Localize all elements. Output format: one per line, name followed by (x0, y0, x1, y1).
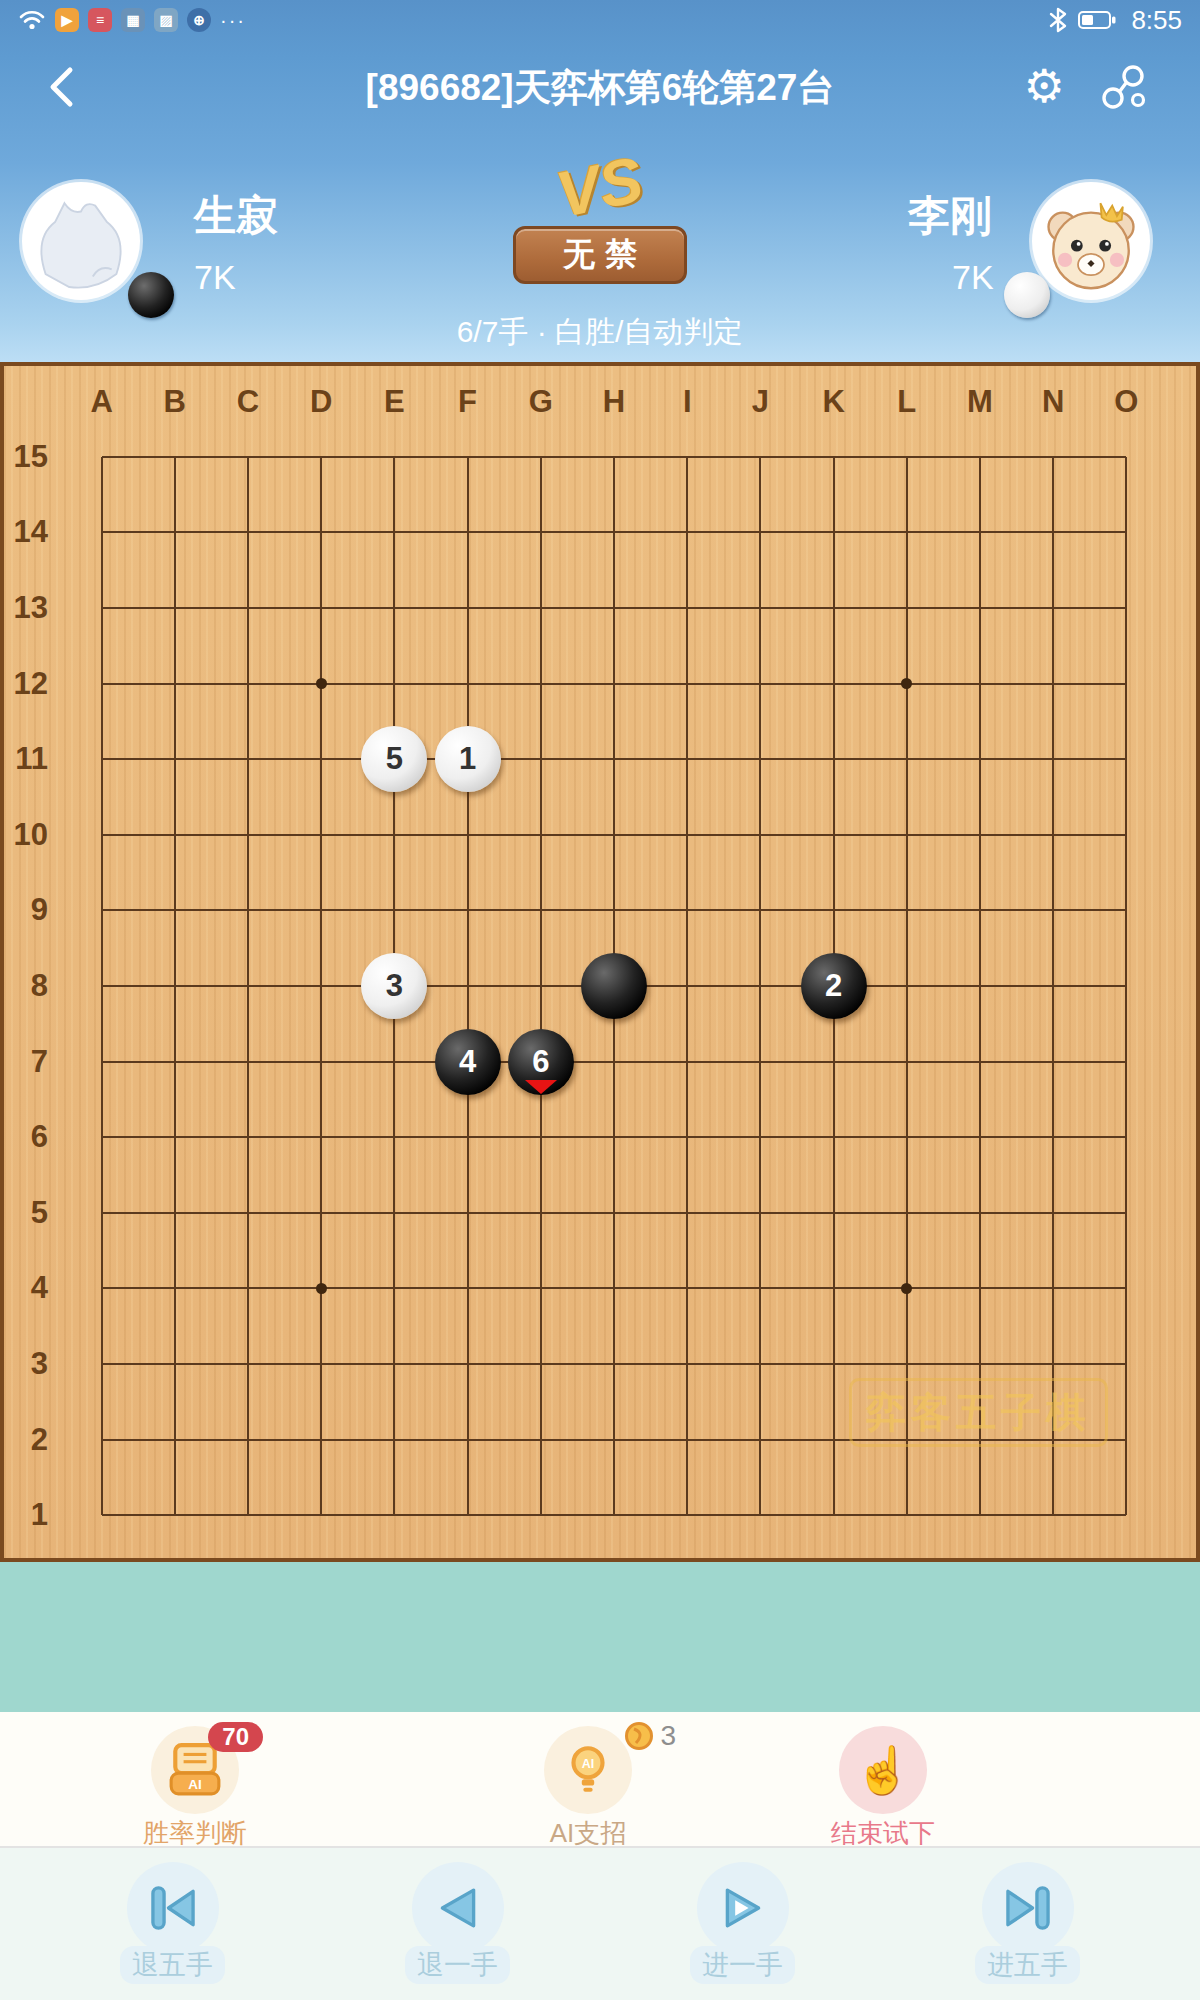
board-cell[interactable] (724, 721, 797, 797)
board-cell[interactable] (65, 721, 138, 797)
board-cell[interactable] (577, 1175, 650, 1251)
board-cell[interactable] (211, 1402, 284, 1478)
board-cell[interactable] (943, 495, 1016, 571)
forward-five-button[interactable]: 进五手 (928, 1862, 1128, 1984)
white-stone: 3 (361, 953, 427, 1019)
board-cell[interactable] (504, 1099, 577, 1175)
board-cell[interactable] (943, 873, 1016, 949)
column-label: C (211, 384, 284, 424)
board-cell[interactable] (797, 495, 870, 571)
ai-hint-button[interactable]: AI 3 AI支招 (508, 1726, 668, 1851)
back-one-button[interactable]: 退一手 (358, 1862, 558, 1984)
board-cell[interactable] (651, 1251, 724, 1327)
board-cell[interactable] (285, 419, 358, 495)
board-cell[interactable] (1090, 419, 1163, 495)
board-cell[interactable] (285, 948, 358, 1024)
board-cell[interactable] (797, 797, 870, 873)
black-stone: 4 (435, 1029, 501, 1095)
status-bar: ▶ ≡ ▦ ▨ ⊕ ··· 8:55 (0, 0, 1200, 40)
board-cell[interactable] (504, 721, 577, 797)
board-cell[interactable] (870, 797, 943, 873)
column-label: H (577, 384, 650, 424)
board-cell[interactable] (651, 495, 724, 571)
row-label: 12 (4, 646, 60, 722)
board-cell[interactable] (431, 1099, 504, 1175)
board-cell[interactable] (504, 1175, 577, 1251)
board-cell[interactable] (138, 419, 211, 495)
board-cell[interactable] (1017, 570, 1090, 646)
board-cell[interactable] (651, 797, 724, 873)
board-cell[interactable] (1017, 1024, 1090, 1100)
win-rate-button[interactable]: AI 70 胜率判断 (115, 1726, 275, 1851)
board-cell[interactable] (870, 646, 943, 722)
board-cell[interactable] (65, 948, 138, 1024)
white-player-rank: 7K (952, 258, 994, 297)
board-cell[interactable]: 5 (358, 721, 431, 797)
board-cell[interactable] (1090, 495, 1163, 571)
board-cell[interactable] (943, 721, 1016, 797)
board-cell[interactable] (943, 1024, 1016, 1100)
board-cell[interactable] (1090, 1099, 1163, 1175)
board-cell[interactable] (1017, 646, 1090, 722)
board-cell[interactable] (797, 873, 870, 949)
board-cell[interactable] (285, 721, 358, 797)
white-stone: 1 (435, 726, 501, 792)
board-cell[interactable] (870, 495, 943, 571)
row-label: 10 (4, 797, 60, 873)
board-cell[interactable] (65, 1024, 138, 1100)
board-cell[interactable] (504, 1477, 577, 1553)
row-label: 1 (4, 1477, 60, 1553)
board-cell[interactable] (943, 570, 1016, 646)
svg-text:AI: AI (188, 1777, 201, 1792)
clock-time: 8:55 (1131, 5, 1182, 36)
board-cell[interactable] (724, 1477, 797, 1553)
board-cell[interactable] (797, 570, 870, 646)
board-cell[interactable] (943, 1099, 1016, 1175)
board-cell[interactable] (504, 419, 577, 495)
svg-text:AI: AI (582, 1757, 594, 1771)
board-cell[interactable] (1017, 797, 1090, 873)
column-label: B (138, 384, 211, 424)
board-cell[interactable] (211, 1099, 284, 1175)
board-cell[interactable] (724, 948, 797, 1024)
board-cell[interactable] (870, 948, 943, 1024)
board-cell[interactable] (1017, 1099, 1090, 1175)
board-cell[interactable] (943, 1251, 1016, 1327)
gomoku-board: ABCDEFGHIJKLMNO 151413121110987654321 51… (0, 362, 1200, 1562)
battery-icon (1078, 10, 1116, 30)
board-cell[interactable] (504, 570, 577, 646)
reader-app-icon: ≡ (88, 8, 112, 32)
board-cell[interactable] (65, 1099, 138, 1175)
step-forward-icon (714, 1879, 772, 1937)
column-label: J (724, 384, 797, 424)
board-cell[interactable] (724, 495, 797, 571)
board-cell[interactable] (358, 495, 431, 571)
board-cell[interactable] (577, 1024, 650, 1100)
board-cell[interactable] (138, 1477, 211, 1553)
board-cell[interactable] (358, 646, 431, 722)
row-label: 2 (4, 1402, 60, 1478)
board-cell[interactable] (1090, 1175, 1163, 1251)
board-cell[interactable] (285, 1099, 358, 1175)
board-cell[interactable] (724, 570, 797, 646)
board-cell[interactable] (870, 419, 943, 495)
board-cell[interactable] (211, 1326, 284, 1402)
board-cell[interactable] (285, 1175, 358, 1251)
black-stone: 6 (508, 1029, 574, 1095)
board-cell[interactable] (211, 570, 284, 646)
board-cell[interactable]: 2 (797, 948, 870, 1024)
board-cell[interactable] (431, 873, 504, 949)
board-cell[interactable] (138, 948, 211, 1024)
board-cell[interactable] (211, 646, 284, 722)
board-cell[interactable] (138, 797, 211, 873)
column-label: F (431, 384, 504, 424)
end-trial-halo: ☝ (839, 1726, 927, 1814)
board-cell[interactable] (943, 948, 1016, 1024)
coin-icon (624, 1721, 654, 1751)
row-label: 8 (4, 948, 60, 1024)
board-cell[interactable] (211, 419, 284, 495)
forward-one-button[interactable]: 进一手 (643, 1862, 843, 1984)
board-cell[interactable] (870, 721, 943, 797)
board-cell[interactable] (577, 797, 650, 873)
board-cell[interactable] (943, 419, 1016, 495)
move-nav-bar: 退五手退一手进一手进五手 (0, 1846, 1200, 2000)
board-cell[interactable]: 6 (504, 1024, 577, 1100)
board-cell[interactable] (943, 646, 1016, 722)
board-cell[interactable] (651, 1024, 724, 1100)
board-cell[interactable] (431, 1477, 504, 1553)
column-label: D (285, 384, 358, 424)
board-cell[interactable] (577, 1326, 650, 1402)
board-cell[interactable] (1017, 1477, 1090, 1553)
board-cell[interactable] (651, 1326, 724, 1402)
black-stone-indicator (128, 272, 174, 318)
board-cell[interactable] (65, 646, 138, 722)
last-move-marker (525, 1080, 557, 1094)
board-cell[interactable] (211, 948, 284, 1024)
board-cell[interactable] (65, 1251, 138, 1327)
board-cell[interactable] (211, 495, 284, 571)
board-cell[interactable] (285, 1024, 358, 1100)
step-back-icon (429, 1879, 487, 1937)
board-cell[interactable] (358, 1477, 431, 1553)
board-cell[interactable] (1017, 1175, 1090, 1251)
board-cell[interactable] (211, 1175, 284, 1251)
board-cell[interactable] (65, 1175, 138, 1251)
board-cell[interactable] (138, 646, 211, 722)
board-cell[interactable] (1090, 646, 1163, 722)
board-cell[interactable] (504, 1251, 577, 1327)
board-cell[interactable] (577, 495, 650, 571)
board-cell[interactable] (870, 1024, 943, 1100)
column-labels: ABCDEFGHIJKLMNO (65, 384, 1163, 424)
board-cell[interactable] (651, 721, 724, 797)
board-cell[interactable] (797, 1251, 870, 1327)
board-cell[interactable] (65, 1326, 138, 1402)
board-cell[interactable] (138, 495, 211, 571)
board-cell[interactable] (285, 570, 358, 646)
board-cell[interactable] (285, 646, 358, 722)
black-stone (581, 953, 647, 1019)
column-label: O (1090, 384, 1163, 424)
board-cell[interactable] (797, 1175, 870, 1251)
skip-back-icon (144, 1879, 202, 1937)
back-five-halo (127, 1862, 219, 1954)
board-cell[interactable] (870, 873, 943, 949)
board-cell[interactable] (797, 1024, 870, 1100)
board-cell[interactable] (504, 646, 577, 722)
board-cell[interactable] (358, 419, 431, 495)
board-cell[interactable] (285, 495, 358, 571)
row-label: 14 (4, 495, 60, 571)
row-label: 7 (4, 1024, 60, 1100)
board-cell[interactable] (724, 873, 797, 949)
board-cell[interactable] (797, 646, 870, 722)
share-icon[interactable] (1098, 62, 1150, 114)
board-cell[interactable] (577, 1477, 650, 1553)
column-label: M (943, 384, 1016, 424)
board-cell[interactable] (1090, 797, 1163, 873)
board-cell[interactable] (1090, 721, 1163, 797)
board-cell[interactable] (724, 419, 797, 495)
board-cell[interactable] (358, 1251, 431, 1327)
settings-gear-icon[interactable]: ⚙ (1016, 58, 1072, 114)
column-label: K (797, 384, 870, 424)
board-cell[interactable] (651, 646, 724, 722)
wifi-icon (18, 8, 46, 32)
board-cell[interactable] (65, 1402, 138, 1478)
board-cell[interactable] (138, 1326, 211, 1402)
forward-five-halo (982, 1862, 1074, 1954)
board-cell[interactable] (943, 1175, 1016, 1251)
board-cell[interactable] (651, 1175, 724, 1251)
action-row: AI 70 胜率判断 AI 3 AI支招 ☝ (0, 1712, 1200, 1846)
row-label: 15 (4, 419, 60, 495)
board-cell[interactable] (651, 570, 724, 646)
hint-coin-count: 3 (624, 1720, 676, 1752)
board-cell[interactable] (358, 1402, 431, 1478)
teal-divider-band (0, 1562, 1200, 1712)
board-cell[interactable] (65, 1477, 138, 1553)
board-cell[interactable] (1090, 948, 1163, 1024)
column-label: G (504, 384, 577, 424)
board-cell[interactable] (1017, 721, 1090, 797)
board-cell[interactable] (358, 873, 431, 949)
board-cell[interactable] (138, 1251, 211, 1327)
board-cell[interactable] (504, 1326, 577, 1402)
board-cell[interactable] (138, 873, 211, 949)
board-cell[interactable] (577, 1099, 650, 1175)
board-cell[interactable] (943, 797, 1016, 873)
board-cell[interactable] (504, 873, 577, 949)
board-cell[interactable] (1017, 948, 1090, 1024)
board-cell[interactable] (431, 570, 504, 646)
board-cell[interactable] (870, 1477, 943, 1553)
top-header-section: ▶ ≡ ▦ ▨ ⊕ ··· 8:55 [896682]天弈杯第6轮第27台 ⚙ (0, 0, 1200, 362)
board-cell[interactable] (797, 721, 870, 797)
board-cell[interactable] (1090, 1251, 1163, 1327)
board-cell[interactable] (651, 1477, 724, 1553)
board-cell[interactable] (285, 797, 358, 873)
board-cell[interactable] (431, 948, 504, 1024)
board-cell[interactable] (285, 873, 358, 949)
board-cell[interactable] (651, 948, 724, 1024)
board-cell[interactable] (138, 1402, 211, 1478)
row-label: 6 (4, 1099, 60, 1175)
board-cell[interactable] (724, 1402, 797, 1478)
board-cell[interactable] (870, 1099, 943, 1175)
board-cell[interactable] (211, 1024, 284, 1100)
board-cell[interactable] (285, 1402, 358, 1478)
board-cell[interactable] (65, 797, 138, 873)
board-cell[interactable] (651, 1099, 724, 1175)
board-cell[interactable]: 4 (431, 1024, 504, 1100)
row-label: 13 (4, 570, 60, 646)
board-cell[interactable] (870, 570, 943, 646)
board-cell[interactable] (211, 721, 284, 797)
board-cell[interactable] (431, 646, 504, 722)
row-label: 4 (4, 1251, 60, 1327)
win-rate-count-badge: 70 (208, 1722, 263, 1752)
board-cell[interactable] (431, 1326, 504, 1402)
board-cell[interactable] (65, 873, 138, 949)
board-cell[interactable] (724, 1326, 797, 1402)
board-cell[interactable] (870, 1251, 943, 1327)
board-cell[interactable] (651, 873, 724, 949)
board-cell[interactable] (1090, 1024, 1163, 1100)
nav-bar: [896682]天弈杯第6轮第27台 ⚙ (0, 40, 1200, 135)
board-cell[interactable] (1090, 570, 1163, 646)
board-cell[interactable] (138, 1099, 211, 1175)
board-cell[interactable]: 1 (431, 721, 504, 797)
row-label: 5 (4, 1175, 60, 1251)
board-cell[interactable] (724, 1024, 797, 1100)
board-cell[interactable] (431, 1175, 504, 1251)
black-player-rank: 7K (194, 258, 236, 297)
board-cell[interactable] (211, 797, 284, 873)
board-cell[interactable] (431, 495, 504, 571)
board-cell[interactable] (797, 419, 870, 495)
board-cell[interactable] (1017, 873, 1090, 949)
gallery-app-icon: ▨ (154, 8, 178, 32)
bluetooth-icon (1047, 6, 1069, 34)
board-cell[interactable] (65, 570, 138, 646)
board-cell[interactable] (1017, 495, 1090, 571)
board-cell[interactable] (577, 646, 650, 722)
row-label: 3 (4, 1326, 60, 1402)
board-cell[interactable] (797, 1099, 870, 1175)
board-cell[interactable] (504, 1402, 577, 1478)
board-cell[interactable] (138, 721, 211, 797)
row-label: 9 (4, 873, 60, 949)
board-cell[interactable] (285, 1326, 358, 1402)
board-cell[interactable] (358, 1099, 431, 1175)
board-cell[interactable] (285, 1477, 358, 1553)
browser-app-icon: ⊕ (187, 8, 211, 32)
column-label: A (65, 384, 138, 424)
board-cell[interactable] (577, 721, 650, 797)
board-cell[interactable] (358, 570, 431, 646)
board-cell[interactable] (1017, 1251, 1090, 1327)
board-cell[interactable] (431, 419, 504, 495)
back-icon[interactable] (38, 62, 88, 112)
forward-five-label: 进五手 (975, 1946, 1080, 1984)
forward-one-label: 进一手 (690, 1946, 795, 1984)
board-cell[interactable] (577, 1402, 650, 1478)
back-one-halo (412, 1862, 504, 1954)
board-cell[interactable] (138, 1175, 211, 1251)
board-cell[interactable] (651, 419, 724, 495)
board-cell[interactable] (138, 570, 211, 646)
board-cell[interactable] (358, 1326, 431, 1402)
board-cell[interactable] (65, 495, 138, 571)
app-watermark: 弈客五子棋 (849, 1378, 1108, 1447)
black-stone: 2 (801, 953, 867, 1019)
board-cell[interactable] (577, 419, 650, 495)
board-cell[interactable] (1090, 873, 1163, 949)
lightbulb-icon: AI (560, 1742, 616, 1798)
board-cell[interactable] (1090, 1477, 1163, 1553)
board-cell[interactable] (65, 419, 138, 495)
board-cell[interactable] (358, 1175, 431, 1251)
board-cell[interactable] (943, 1477, 1016, 1553)
white-stone: 5 (361, 726, 427, 792)
board-cell[interactable] (724, 1099, 797, 1175)
end-trial-button[interactable]: ☝ 结束试下 (803, 1726, 963, 1851)
board-cell[interactable] (724, 1175, 797, 1251)
board-cell[interactable] (577, 873, 650, 949)
board-cell[interactable] (504, 797, 577, 873)
back-five-button[interactable]: 退五手 (73, 1862, 273, 1984)
board-cell[interactable]: 3 (358, 948, 431, 1024)
board-cell[interactable] (358, 797, 431, 873)
board-cell[interactable] (797, 1477, 870, 1553)
board-cell[interactable] (285, 1251, 358, 1327)
skip-forward-icon (999, 1879, 1057, 1937)
board-cell[interactable] (724, 797, 797, 873)
board-cell[interactable] (1017, 419, 1090, 495)
board-cell[interactable] (870, 1175, 943, 1251)
win-rate-halo: AI 70 (151, 1726, 239, 1814)
board-cell[interactable] (504, 948, 577, 1024)
board-cell[interactable] (724, 646, 797, 722)
board-cell[interactable] (651, 1402, 724, 1478)
board-cell[interactable] (211, 873, 284, 949)
board-cell[interactable] (431, 1402, 504, 1478)
board-cell[interactable] (577, 948, 650, 1024)
board-cell[interactable] (504, 495, 577, 571)
board-cell[interactable] (431, 1251, 504, 1327)
board-cell[interactable] (211, 1251, 284, 1327)
board-cell[interactable] (358, 1024, 431, 1100)
move-status-line: 6/7手 · 白胜/自动判定 (0, 312, 1200, 353)
board-cell[interactable] (138, 1024, 211, 1100)
grid-app-icon: ▦ (121, 8, 145, 32)
board-cell[interactable] (577, 570, 650, 646)
board-cell[interactable] (724, 1251, 797, 1327)
board-cell[interactable] (431, 797, 504, 873)
column-label: N (1017, 384, 1090, 424)
video-app-icon: ▶ (55, 8, 79, 32)
board-cell[interactable] (211, 1477, 284, 1553)
calculator-icon: AI (167, 1742, 223, 1798)
row-labels: 151413121110987654321 (4, 419, 60, 1553)
board-cell[interactable] (577, 1251, 650, 1327)
